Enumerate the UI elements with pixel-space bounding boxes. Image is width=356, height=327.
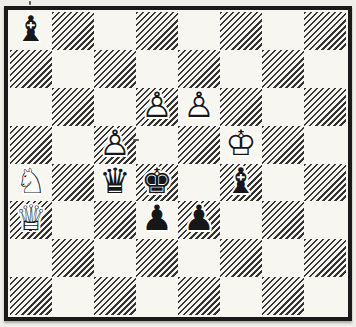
black-pawn-glyph: ♟ bbox=[141, 201, 172, 236]
black-bishop: ♝♝ bbox=[220, 164, 262, 202]
white-knight: ♞♘ bbox=[10, 164, 52, 202]
square-b7[interactable] bbox=[52, 50, 94, 88]
square-d2[interactable] bbox=[136, 239, 178, 277]
black-pawn: ♟♟ bbox=[136, 201, 178, 239]
white-queen: ♛♕ bbox=[10, 201, 52, 239]
square-b5[interactable] bbox=[52, 126, 94, 164]
square-g2[interactable] bbox=[262, 239, 304, 277]
print-speck bbox=[29, 1, 31, 5]
black-queen: ♛♛ bbox=[94, 164, 136, 202]
square-f6[interactable] bbox=[220, 88, 262, 126]
white-pawn-glyph: ♙ bbox=[183, 88, 214, 123]
chess-board-frame: ♝♝♟♙♟♙♟♙♚♔♞♘♛♛♚♚♝♝♛♕♟♟♟♟ bbox=[4, 6, 352, 321]
square-d5[interactable] bbox=[136, 126, 178, 164]
square-h4[interactable] bbox=[304, 164, 346, 202]
square-g8[interactable] bbox=[262, 12, 304, 50]
white-king: ♚♔ bbox=[220, 126, 262, 164]
square-c7[interactable] bbox=[94, 50, 136, 88]
square-a6[interactable] bbox=[10, 88, 52, 126]
square-c8[interactable] bbox=[94, 12, 136, 50]
square-e2[interactable] bbox=[178, 239, 220, 277]
square-b8[interactable] bbox=[52, 12, 94, 50]
black-pawn: ♟♟ bbox=[178, 201, 220, 239]
square-c6[interactable] bbox=[94, 88, 136, 126]
square-d8[interactable] bbox=[136, 12, 178, 50]
chess-board: ♝♝♟♙♟♙♟♙♚♔♞♘♛♛♚♚♝♝♛♕♟♟♟♟ bbox=[10, 12, 346, 315]
square-c5[interactable]: ♟♙ bbox=[94, 126, 136, 164]
square-f5[interactable]: ♚♔ bbox=[220, 126, 262, 164]
square-d4[interactable]: ♚♚ bbox=[136, 164, 178, 202]
square-h2[interactable] bbox=[304, 239, 346, 277]
square-d3[interactable]: ♟♟ bbox=[136, 201, 178, 239]
black-queen-glyph: ♛ bbox=[99, 164, 130, 199]
square-h8[interactable] bbox=[304, 12, 346, 50]
square-f8[interactable] bbox=[220, 12, 262, 50]
square-e5[interactable] bbox=[178, 126, 220, 164]
black-bishop: ♝♝ bbox=[10, 12, 52, 50]
print-speck bbox=[133, 139, 139, 141]
white-pawn: ♟♙ bbox=[94, 126, 136, 164]
square-b6[interactable] bbox=[52, 88, 94, 126]
square-f3[interactable] bbox=[220, 201, 262, 239]
square-g4[interactable] bbox=[262, 164, 304, 202]
square-a8[interactable]: ♝♝ bbox=[10, 12, 52, 50]
square-h7[interactable] bbox=[304, 50, 346, 88]
square-e8[interactable] bbox=[178, 12, 220, 50]
square-a2[interactable] bbox=[10, 239, 52, 277]
scanned-page: ♝♝♟♙♟♙♟♙♚♔♞♘♛♛♚♚♝♝♛♕♟♟♟♟ bbox=[0, 0, 356, 327]
square-a3[interactable]: ♛♕ bbox=[10, 201, 52, 239]
square-f7[interactable] bbox=[220, 50, 262, 88]
white-knight-glyph: ♘ bbox=[15, 164, 46, 199]
square-g5[interactable] bbox=[262, 126, 304, 164]
square-b3[interactable] bbox=[52, 201, 94, 239]
white-pawn-glyph: ♙ bbox=[141, 88, 172, 123]
square-g7[interactable] bbox=[262, 50, 304, 88]
square-d7[interactable] bbox=[136, 50, 178, 88]
square-g3[interactable] bbox=[262, 201, 304, 239]
white-pawn: ♟♙ bbox=[136, 88, 178, 126]
square-e3[interactable]: ♟♟ bbox=[178, 201, 220, 239]
black-pawn-glyph: ♟ bbox=[183, 201, 214, 236]
square-f2[interactable] bbox=[220, 239, 262, 277]
square-a4[interactable]: ♞♘ bbox=[10, 164, 52, 202]
black-king: ♚♚ bbox=[136, 164, 178, 202]
square-a1[interactable] bbox=[10, 277, 52, 315]
black-king-glyph: ♚ bbox=[141, 164, 172, 199]
square-c4[interactable]: ♛♛ bbox=[94, 164, 136, 202]
square-h3[interactable] bbox=[304, 201, 346, 239]
white-pawn: ♟♙ bbox=[178, 88, 220, 126]
square-a5[interactable] bbox=[10, 126, 52, 164]
square-e1[interactable] bbox=[178, 277, 220, 315]
square-c3[interactable] bbox=[94, 201, 136, 239]
square-d6[interactable]: ♟♙ bbox=[136, 88, 178, 126]
white-queen-glyph: ♕ bbox=[15, 201, 46, 236]
square-d1[interactable] bbox=[136, 277, 178, 315]
square-h1[interactable] bbox=[304, 277, 346, 315]
square-c2[interactable] bbox=[94, 239, 136, 277]
square-e6[interactable]: ♟♙ bbox=[178, 88, 220, 126]
square-c1[interactable] bbox=[94, 277, 136, 315]
square-f4[interactable]: ♝♝ bbox=[220, 164, 262, 202]
square-b1[interactable] bbox=[52, 277, 94, 315]
black-bishop-glyph: ♝ bbox=[15, 12, 46, 47]
square-g1[interactable] bbox=[262, 277, 304, 315]
square-g6[interactable] bbox=[262, 88, 304, 126]
square-f1[interactable] bbox=[220, 277, 262, 315]
square-a7[interactable] bbox=[10, 50, 52, 88]
square-b2[interactable] bbox=[52, 239, 94, 277]
white-king-glyph: ♔ bbox=[225, 126, 256, 161]
square-h5[interactable] bbox=[304, 126, 346, 164]
square-b4[interactable] bbox=[52, 164, 94, 202]
black-bishop-glyph: ♝ bbox=[225, 164, 256, 199]
square-h6[interactable] bbox=[304, 88, 346, 126]
white-pawn-glyph: ♙ bbox=[99, 126, 130, 161]
square-e7[interactable] bbox=[178, 50, 220, 88]
square-e4[interactable] bbox=[178, 164, 220, 202]
